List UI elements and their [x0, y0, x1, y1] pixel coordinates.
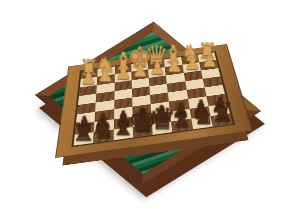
white-pawn: ♟: [115, 64, 131, 82]
white-pawn: ♟: [184, 54, 200, 72]
chess-board: ♜♞♝♚♛♝♞♜♟♟♟♟♟♟♟♟♟♟♟♟♟♟♟♟♜♞♝♚♛♝♞♜: [55, 44, 253, 158]
square-dark: [203, 76, 223, 87]
square-light: ♟: [114, 72, 131, 83]
white-pawn: ♟: [98, 66, 114, 84]
white-pawn: ♟: [132, 61, 148, 79]
white-pawn: ♟: [167, 56, 183, 74]
white-pawn: ♟: [201, 51, 217, 69]
board-grid: ♜♞♝♚♛♝♞♜♟♟♟♟♟♟♟♟♟♟♟♟♟♟♟♟♜♞♝♚♛♝♞♜: [71, 51, 235, 147]
white-pawn: ♟: [80, 69, 96, 87]
square-light: ♟: [182, 62, 201, 72]
chess-set-photo: ♜♞♝♚♛♝♞♜♟♟♟♟♟♟♟♟♟♟♟♟♟♟♟♟♜♞♝♚♛♝♞♜: [0, 0, 290, 209]
square-light: [149, 84, 168, 95]
square-dark: ♟: [97, 74, 114, 85]
white-pawn: ♟: [149, 59, 165, 77]
black-rook: ♜: [211, 100, 234, 125]
square-light: ♞: [191, 116, 213, 129]
square-dark: ♜: [210, 113, 232, 126]
square-dark: ♝: [171, 119, 192, 132]
